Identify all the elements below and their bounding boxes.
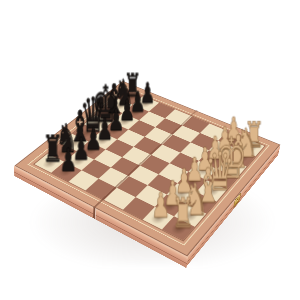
piece-black-pawn[interactable]: ♟ [60, 144, 73, 176]
chessboard-3d-scene: ♜♞♝♛♚♝♞♜♟♟♟♟♟♟♟♟♟♟♟♟♟♟♟♟♜♞♝♛♚♝♞♜ [0, 0, 300, 300]
piece-white-pawn[interactable]: ♟ [151, 188, 165, 223]
fold-seam-edge-icon [93, 207, 95, 219]
piece-white-rook[interactable]: ♜ [171, 193, 186, 234]
folding-chessboard: ♜♞♝♛♚♝♞♜♟♟♟♟♟♟♟♟♟♟♟♟♟♟♟♟♜♞♝♛♚♝♞♜ [14, 81, 280, 256]
board-frame: ♜♞♝♛♚♝♞♜♟♟♟♟♟♟♟♟♟♟♟♟♟♟♟♟♜♞♝♛♚♝♞♜ [14, 81, 280, 256]
square-e6[interactable] [117, 130, 145, 147]
product-photo-stage: ♜♞♝♛♚♝♞♜♟♟♟♟♟♟♟♟♟♟♟♟♟♟♟♟♜♞♝♛♚♝♞♜ [0, 0, 300, 300]
piece-black-rook[interactable]: ♜ [43, 132, 56, 169]
chessboard-grid: ♜♞♝♛♚♝♞♜♟♟♟♟♟♟♟♟♟♟♟♟♟♟♟♟♜♞♝♛♚♝♞♜ [35, 90, 265, 241]
